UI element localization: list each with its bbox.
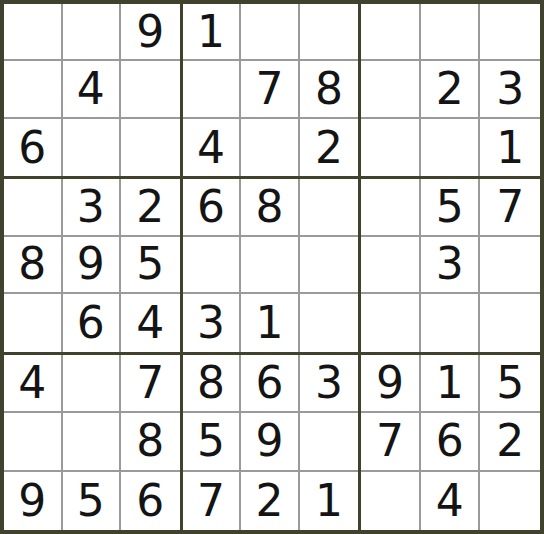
cell-r8c7[interactable]: 7 (361, 413, 421, 471)
cell-r6c9[interactable] (480, 294, 540, 351)
sudoku-board: 9461784223132895646831573478956863597219… (0, 0, 544, 534)
cell-r9c1[interactable]: 9 (4, 472, 63, 530)
cell-r1c6[interactable] (300, 4, 359, 61)
cell-r9c4[interactable]: 7 (183, 472, 242, 530)
cell-r2c5[interactable]: 7 (241, 61, 300, 118)
cell-r8c3[interactable]: 8 (121, 413, 180, 471)
cell-r1c5[interactable] (241, 4, 300, 61)
cell-r8c9[interactable]: 2 (480, 413, 540, 471)
box-r3c1: 478956 (4, 355, 183, 530)
cell-r6c4[interactable]: 3 (183, 294, 242, 351)
cell-r4c4[interactable]: 6 (183, 179, 242, 236)
cell-r4c8[interactable]: 5 (421, 179, 481, 236)
cell-r7c5[interactable]: 6 (241, 355, 300, 413)
cell-r9c9[interactable] (480, 472, 540, 530)
cell-r4c1[interactable] (4, 179, 63, 236)
cell-r9c2[interactable]: 5 (63, 472, 122, 530)
cell-r4c5[interactable]: 8 (241, 179, 300, 236)
cell-r4c3[interactable]: 2 (121, 179, 180, 236)
cell-r9c5[interactable]: 2 (241, 472, 300, 530)
cell-r6c8[interactable] (421, 294, 481, 351)
cell-r8c5[interactable]: 9 (241, 413, 300, 471)
cell-r8c2[interactable] (63, 413, 122, 471)
cell-r7c2[interactable] (63, 355, 122, 413)
cell-r6c7[interactable] (361, 294, 421, 351)
cell-r3c4[interactable]: 4 (183, 119, 242, 176)
cell-r7c3[interactable]: 7 (121, 355, 180, 413)
cell-r2c1[interactable] (4, 61, 63, 118)
cell-r7c6[interactable]: 3 (300, 355, 359, 413)
box-r1c1: 946 (4, 4, 183, 179)
cell-r2c3[interactable] (121, 61, 180, 118)
cell-r1c7[interactable] (361, 4, 421, 61)
cell-r9c7[interactable] (361, 472, 421, 530)
cell-r5c9[interactable] (480, 237, 540, 294)
box-r1c3: 231 (361, 4, 540, 179)
cell-r5c1[interactable]: 8 (4, 237, 63, 294)
cell-r8c1[interactable] (4, 413, 63, 471)
cell-r5c4[interactable] (183, 237, 242, 294)
cell-r5c6[interactable] (300, 237, 359, 294)
cell-r1c4[interactable]: 1 (183, 4, 242, 61)
cell-r4c2[interactable]: 3 (63, 179, 122, 236)
cell-r8c4[interactable]: 5 (183, 413, 242, 471)
cell-r7c4[interactable]: 8 (183, 355, 242, 413)
box-r1c2: 17842 (183, 4, 362, 179)
cell-r7c7[interactable]: 9 (361, 355, 421, 413)
cell-r4c6[interactable] (300, 179, 359, 236)
cell-r6c2[interactable]: 6 (63, 294, 122, 351)
cell-r6c5[interactable]: 1 (241, 294, 300, 351)
box-r2c3: 573 (361, 179, 540, 354)
box-r3c3: 9157624 (361, 355, 540, 530)
cell-r6c3[interactable]: 4 (121, 294, 180, 351)
cell-r2c4[interactable] (183, 61, 242, 118)
cell-r3c5[interactable] (241, 119, 300, 176)
cell-r6c1[interactable] (4, 294, 63, 351)
cell-r5c3[interactable]: 5 (121, 237, 180, 294)
cell-r5c7[interactable] (361, 237, 421, 294)
box-r2c1: 3289564 (4, 179, 183, 354)
cell-r1c2[interactable] (63, 4, 122, 61)
box-r2c2: 6831 (183, 179, 362, 354)
cell-r1c1[interactable] (4, 4, 63, 61)
cell-r3c9[interactable]: 1 (480, 119, 540, 176)
cell-r7c8[interactable]: 1 (421, 355, 481, 413)
cell-r5c5[interactable] (241, 237, 300, 294)
cell-r1c3[interactable]: 9 (121, 4, 180, 61)
cell-r1c8[interactable] (421, 4, 481, 61)
cell-r9c6[interactable]: 1 (300, 472, 359, 530)
cell-r2c9[interactable]: 3 (480, 61, 540, 118)
cell-r4c9[interactable]: 7 (480, 179, 540, 236)
cell-r2c7[interactable] (361, 61, 421, 118)
cell-r8c8[interactable]: 6 (421, 413, 481, 471)
cell-r9c8[interactable]: 4 (421, 472, 481, 530)
cell-r3c7[interactable] (361, 119, 421, 176)
cell-r2c2[interactable]: 4 (63, 61, 122, 118)
cell-r3c8[interactable] (421, 119, 481, 176)
cell-r7c1[interactable]: 4 (4, 355, 63, 413)
cell-r3c2[interactable] (63, 119, 122, 176)
cell-r3c3[interactable] (121, 119, 180, 176)
cell-r5c2[interactable]: 9 (63, 237, 122, 294)
cell-r3c6[interactable]: 2 (300, 119, 359, 176)
cell-r8c6[interactable] (300, 413, 359, 471)
cell-r2c6[interactable]: 8 (300, 61, 359, 118)
cell-r2c8[interactable]: 2 (421, 61, 481, 118)
cell-r5c8[interactable]: 3 (421, 237, 481, 294)
box-r3c2: 86359721 (183, 355, 362, 530)
cell-r9c3[interactable]: 6 (121, 472, 180, 530)
cell-r1c9[interactable] (480, 4, 540, 61)
cell-r6c6[interactable] (300, 294, 359, 351)
cell-r3c1[interactable]: 6 (4, 119, 63, 176)
cell-r4c7[interactable] (361, 179, 421, 236)
cell-r7c9[interactable]: 5 (480, 355, 540, 413)
